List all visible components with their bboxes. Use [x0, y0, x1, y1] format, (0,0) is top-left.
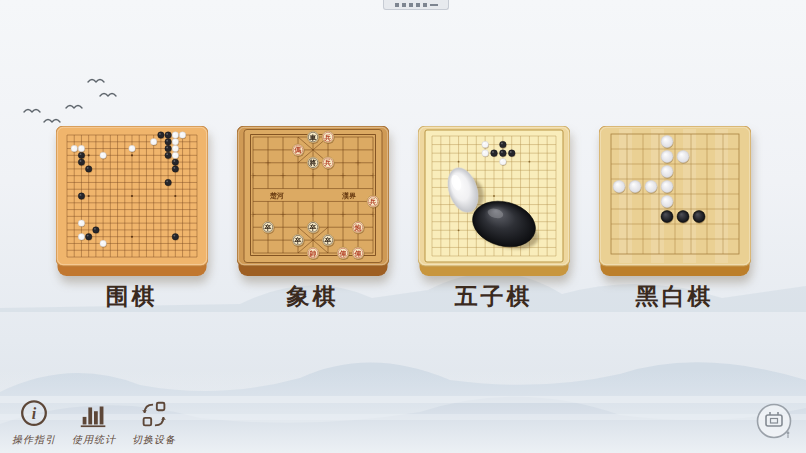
footer-tools: i 操作指引 使用统计 — [12, 398, 176, 447]
svg-text:帥: 帥 — [309, 250, 316, 257]
svg-text:i: i — [32, 405, 37, 422]
bar-chart-icon — [77, 398, 111, 432]
toolbar-glyph[interactable] — [409, 3, 413, 7]
svg-text:傌: 傌 — [293, 146, 301, 154]
othello-board — [599, 126, 751, 278]
tool-label: 切换设备 — [132, 433, 176, 447]
svg-text:兵: 兵 — [323, 159, 331, 167]
svg-text:將: 將 — [308, 159, 316, 167]
game-label-wuziqi: 五子棋 — [455, 284, 533, 309]
xiangqi-board: 楚河漢界車兵傌將兵兵卒卒炮卒卒帥俥俥 — [237, 126, 389, 278]
games-row: 围棋 楚河漢界車兵傌將兵兵卒卒炮卒卒帥俥俥 象棋 五子棋 黑白棋 — [0, 126, 806, 309]
svg-text:車: 車 — [308, 134, 316, 141]
gomoku-board — [418, 126, 570, 278]
game-card-wuziqi[interactable]: 五子棋 — [416, 126, 571, 309]
toolbar-glyph[interactable] — [416, 3, 420, 7]
svg-text:卒: 卒 — [263, 224, 271, 231]
tool-label: 操作指引 — [12, 433, 56, 447]
game-card-weiqi[interactable]: 围棋 — [54, 126, 209, 309]
tool-label: 使用统计 — [72, 433, 116, 447]
svg-text:卒: 卒 — [323, 237, 331, 244]
svg-text:卒: 卒 — [293, 237, 301, 244]
floating-toolbar[interactable] — [383, 0, 449, 10]
tool-switch-device[interactable]: 切换设备 — [132, 398, 176, 447]
game-label-xiangqi: 象棋 — [287, 284, 339, 309]
birds-icon — [16, 70, 126, 132]
game-card-heibaiqi[interactable]: 黑白棋 — [597, 126, 752, 309]
game-label-weiqi: 围棋 — [106, 284, 158, 309]
svg-text:俥: 俥 — [353, 250, 361, 258]
svg-text:兵: 兵 — [368, 198, 376, 206]
game-card-xiangqi[interactable]: 楚河漢界車兵傌將兵兵卒卒炮卒卒帥俥俥 象棋 — [235, 126, 390, 309]
svg-text:卒: 卒 — [308, 224, 316, 231]
toolbar-glyph[interactable] — [423, 3, 427, 7]
svg-text:炮: 炮 — [353, 224, 361, 232]
tool-usage-stats[interactable]: 使用统计 — [72, 398, 116, 447]
return-icon — [752, 399, 796, 443]
toolbar-glyph[interactable] — [430, 4, 438, 6]
toolbar-glyph[interactable] — [402, 3, 406, 7]
return-button[interactable] — [752, 399, 796, 447]
info-circle-icon: i — [17, 398, 51, 432]
switch-device-icon — [137, 398, 171, 432]
toolbar-glyph[interactable] — [395, 3, 399, 7]
svg-text:兵: 兵 — [323, 134, 331, 142]
weiqi-board — [56, 126, 208, 278]
app-stage: 围棋 楚河漢界車兵傌將兵兵卒卒炮卒卒帥俥俥 象棋 五子棋 黑白棋 i 操作指引 — [0, 0, 806, 453]
svg-text:俥: 俥 — [338, 250, 346, 258]
tool-operation-guide[interactable]: i 操作指引 — [12, 398, 56, 447]
svg-text:漢界: 漢界 — [341, 192, 356, 200]
svg-text:楚河: 楚河 — [269, 192, 284, 200]
game-label-heibaiqi: 黑白棋 — [636, 284, 714, 309]
